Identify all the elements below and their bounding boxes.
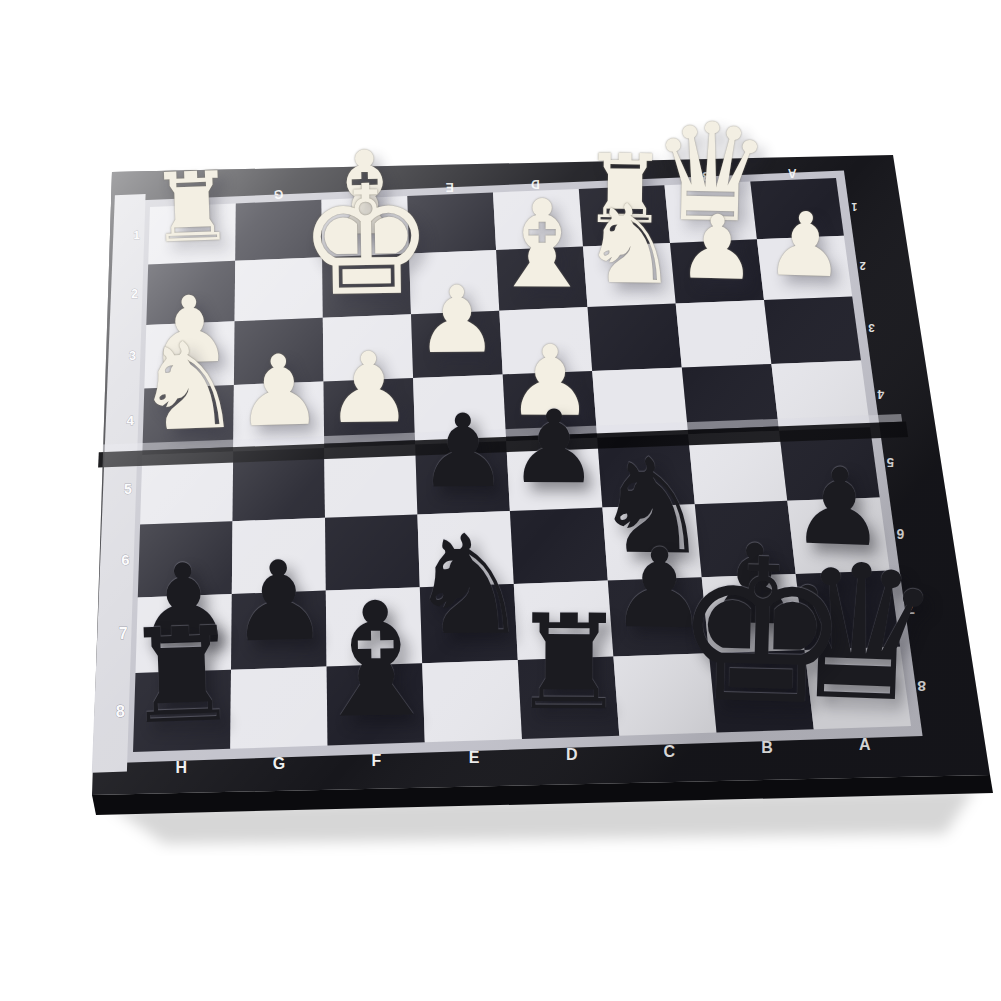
rank-label-left-5: 5 xyxy=(124,481,132,497)
square-a3[interactable] xyxy=(764,297,861,364)
piece-white-knight-h4[interactable]: ♞ xyxy=(132,325,244,449)
file-label-bottom-e: E xyxy=(469,749,480,766)
rank-label-right-2: 2 xyxy=(860,260,866,272)
rank-label-left-6: 6 xyxy=(121,552,129,568)
file-label-bottom-f: F xyxy=(372,752,382,769)
piece-black-pawn-e5[interactable]: ♟ xyxy=(417,401,508,503)
rank-label-left-4: 4 xyxy=(127,413,135,428)
rank-label-right-3: 3 xyxy=(868,322,875,335)
file-label-bottom-g: G xyxy=(273,755,285,772)
square-c3[interactable] xyxy=(588,304,682,371)
rank-label-left-2: 2 xyxy=(131,287,138,301)
rank-label-right-4: 4 xyxy=(877,387,884,401)
piece-white-pawn-e3[interactable]: ♟ xyxy=(415,274,498,367)
rank-label-right-1: 1 xyxy=(851,201,857,212)
file-label-top-a: A xyxy=(787,166,796,180)
rank-label-left-1: 1 xyxy=(134,229,140,241)
piece-black-bishop-f8[interactable]: ♝ xyxy=(303,580,447,740)
piece-white-pawn-b2[interactable]: ♟ xyxy=(677,204,758,294)
file-label-top-g: G xyxy=(274,187,283,201)
chessboard-photo: HGFEDCBAHGFEDCBA1234567812345678 ♜♝♜♛♟♟♞… xyxy=(0,0,1001,1001)
piece-white-pawn-f4[interactable]: ♟ xyxy=(325,338,413,436)
rank-label-left-8: 8 xyxy=(116,702,125,721)
file-label-top-e: E xyxy=(446,180,454,194)
file-label-bottom-h: H xyxy=(176,759,188,776)
piece-white-pawn-a2[interactable]: ♟ xyxy=(764,200,845,290)
piece-black-king-b8[interactable]: ♚ xyxy=(671,532,853,734)
piece-white-rook-h1[interactable]: ♜ xyxy=(148,159,236,257)
piece-white-pawn-g4[interactable]: ♟ xyxy=(234,342,323,441)
piece-black-pawn-d5[interactable]: ♟ xyxy=(509,397,600,498)
square-b3[interactable] xyxy=(676,300,772,367)
piece-white-bishop-d2[interactable]: ♝ xyxy=(488,184,597,305)
file-label-bottom-d: D xyxy=(566,746,578,763)
piece-black-rook-h8[interactable]: ♜ xyxy=(122,609,243,743)
piece-black-rook-d8[interactable]: ♜ xyxy=(510,597,628,729)
